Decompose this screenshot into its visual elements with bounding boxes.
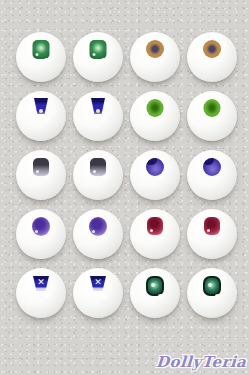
specular-highlight	[158, 176, 163, 180]
specular-highlight	[44, 235, 49, 239]
specular-highlight	[158, 58, 163, 62]
eye-iris-violet	[32, 217, 50, 236]
specular-highlight	[215, 117, 220, 121]
x-mark-icon: ✕	[37, 278, 45, 287]
specular-highlight	[101, 294, 106, 298]
eye-iris-royal-blue	[91, 98, 105, 114]
sparkle-fleck	[93, 170, 96, 173]
specular-highlight	[215, 235, 220, 239]
specular-highlight	[101, 117, 106, 121]
doll-eye-amber-brown	[187, 32, 237, 82]
doll-eye-indigo-violet	[187, 150, 237, 200]
specular-highlight	[44, 117, 49, 121]
doll-eye-crimson-red	[130, 209, 180, 259]
specular-highlight	[101, 235, 106, 239]
eye-iris-amber-brown	[146, 40, 164, 58]
eye-iris-silver-grey	[90, 158, 106, 176]
specular-highlight	[158, 117, 163, 121]
doll-eye-dark-teal-green	[187, 268, 237, 318]
doll-eye-green	[16, 32, 66, 82]
eye-iris-blue-with-white-cross: ✕	[90, 276, 106, 291]
specular-highlight	[44, 58, 49, 62]
specular-highlight	[215, 294, 220, 298]
eye-iris-apple-green	[204, 99, 221, 117]
doll-eye-silver-grey	[73, 150, 123, 200]
sparkle-fleck	[150, 229, 153, 232]
eye-iris-green	[90, 40, 107, 59]
eye-iris-dark-teal-green	[146, 276, 164, 296]
eye-iris-indigo-violet	[203, 158, 221, 176]
eye-iris-silver-grey	[33, 158, 49, 176]
doll-eye-amber-brown	[130, 32, 180, 82]
specular-highlight	[215, 176, 220, 180]
sparkle-fleck	[207, 229, 210, 232]
doll-eye-blue-with-white-cross: ✕	[16, 268, 66, 318]
doll-eye-green	[73, 32, 123, 82]
specular-highlight	[215, 58, 220, 62]
doll-eye-apple-green	[187, 91, 237, 141]
doll-eye-apple-green	[130, 91, 180, 141]
eye-iris-crimson-red	[204, 217, 220, 235]
sparkle-fleck	[35, 230, 38, 233]
eye-iris-violet	[89, 217, 107, 236]
sparkle-fleck	[36, 170, 39, 173]
doll-eye-blue-with-white-cross: ✕	[73, 268, 123, 318]
doll-eye-indigo-violet	[130, 150, 180, 200]
watermark-logo: DollyTeria	[155, 353, 247, 371]
eye-iris-amber-brown	[203, 40, 221, 58]
sparkle-fleck	[93, 53, 96, 56]
sparkle-fleck	[92, 230, 95, 233]
eye-iris-blue-with-white-cross: ✕	[33, 276, 49, 291]
eye-grid: ✕✕	[16, 32, 237, 318]
x-mark-icon: ✕	[94, 278, 102, 287]
doll-eye-dark-teal-green	[130, 268, 180, 318]
specular-highlight	[44, 294, 49, 298]
doll-eyes-photo: ✕✕ DollyTeria	[0, 0, 250, 375]
doll-eye-silver-grey	[16, 150, 66, 200]
eye-iris-dark-teal-green	[203, 276, 221, 296]
doll-eye-royal-blue	[16, 91, 66, 141]
doll-eye-crimson-red	[187, 209, 237, 259]
doll-eye-violet	[73, 209, 123, 259]
sparkle-fleck	[36, 53, 39, 56]
doll-eye-violet	[16, 209, 66, 259]
doll-eye-royal-blue	[73, 91, 123, 141]
specular-highlight	[101, 58, 106, 62]
eye-iris-royal-blue	[34, 98, 48, 114]
specular-highlight	[101, 176, 106, 180]
specular-highlight	[158, 294, 163, 298]
eye-iris-green	[33, 40, 50, 59]
specular-highlight	[44, 176, 49, 180]
specular-highlight	[158, 235, 163, 239]
eye-iris-crimson-red	[147, 217, 163, 235]
eye-iris-apple-green	[147, 99, 164, 117]
eye-iris-indigo-violet	[146, 158, 164, 176]
